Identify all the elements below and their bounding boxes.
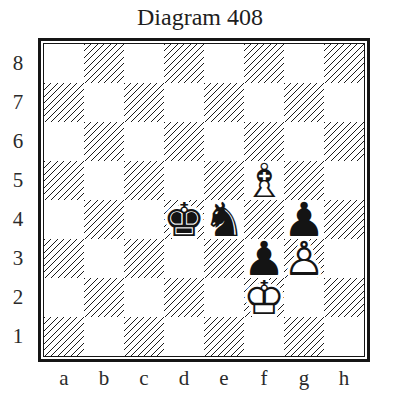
square-d8 bbox=[164, 44, 204, 83]
board: ♗♚♚♞♟♟♟♙♚♔ bbox=[44, 44, 364, 356]
square-e7 bbox=[204, 83, 244, 122]
square-c7 bbox=[124, 83, 164, 122]
square-h7 bbox=[324, 83, 364, 122]
rank-label-7: 7 bbox=[8, 83, 28, 122]
square-e2 bbox=[204, 278, 244, 317]
rank-label-1: 1 bbox=[8, 317, 28, 356]
diagram-title: Diagram 408 bbox=[0, 4, 400, 31]
rank-label-5: 5 bbox=[8, 161, 28, 200]
board-frame: ♗♚♚♞♟♟♟♙♚♔ bbox=[38, 38, 370, 362]
square-a6 bbox=[44, 122, 84, 161]
square-f5: ♗ bbox=[244, 161, 284, 200]
square-b4 bbox=[84, 200, 124, 239]
square-f8 bbox=[244, 44, 284, 83]
square-c8 bbox=[124, 44, 164, 83]
square-b1 bbox=[84, 317, 124, 356]
black-king: ♚ bbox=[163, 200, 205, 239]
square-d6 bbox=[164, 122, 204, 161]
square-g6 bbox=[284, 122, 324, 161]
square-c1 bbox=[124, 317, 164, 356]
square-d4: ♚♚ bbox=[164, 200, 204, 239]
white-pawn: ♙ bbox=[283, 239, 325, 278]
square-a5 bbox=[44, 161, 84, 200]
square-h2 bbox=[324, 278, 364, 317]
white-king: ♔ bbox=[243, 278, 285, 317]
file-label-b: b bbox=[84, 364, 124, 392]
file-label-e: e bbox=[204, 364, 244, 392]
square-c5 bbox=[124, 161, 164, 200]
file-label-h: h bbox=[324, 364, 364, 392]
square-g8 bbox=[284, 44, 324, 83]
square-c6 bbox=[124, 122, 164, 161]
rank-label-2: 2 bbox=[8, 278, 28, 317]
square-c3 bbox=[124, 239, 164, 278]
file-label-g: g bbox=[284, 364, 324, 392]
square-d7 bbox=[164, 83, 204, 122]
black-knight: ♞ bbox=[203, 200, 245, 239]
square-a3 bbox=[44, 239, 84, 278]
square-c2 bbox=[124, 278, 164, 317]
rank-label-8: 8 bbox=[8, 44, 28, 83]
square-b6 bbox=[84, 122, 124, 161]
file-label-c: c bbox=[124, 364, 164, 392]
square-e1 bbox=[204, 317, 244, 356]
square-h5 bbox=[324, 161, 364, 200]
square-a8 bbox=[44, 44, 84, 83]
file-label-f: f bbox=[244, 364, 284, 392]
square-h3 bbox=[324, 239, 364, 278]
rank-labels: 87654321 bbox=[8, 44, 28, 356]
square-a2 bbox=[44, 278, 84, 317]
square-f7 bbox=[244, 83, 284, 122]
rank-label-6: 6 bbox=[8, 122, 28, 161]
board-inner: ♗♚♚♞♟♟♟♙♚♔ bbox=[43, 43, 365, 357]
square-b2 bbox=[84, 278, 124, 317]
square-e4: ♞ bbox=[204, 200, 244, 239]
square-b8 bbox=[84, 44, 124, 83]
rank-label-4: 4 bbox=[8, 200, 28, 239]
square-b3 bbox=[84, 239, 124, 278]
diagram-page: Diagram 408 87654321 ♗♚♚♞♟♟♟♙♚♔ abcdefgh bbox=[0, 0, 400, 400]
square-e8 bbox=[204, 44, 244, 83]
square-b5 bbox=[84, 161, 124, 200]
square-d1 bbox=[164, 317, 204, 356]
rank-label-3: 3 bbox=[8, 239, 28, 278]
square-g7 bbox=[284, 83, 324, 122]
square-f2: ♚♔ bbox=[244, 278, 284, 317]
square-e6 bbox=[204, 122, 244, 161]
square-d2 bbox=[164, 278, 204, 317]
square-h4 bbox=[324, 200, 364, 239]
square-h8 bbox=[324, 44, 364, 83]
file-labels: abcdefgh bbox=[44, 364, 364, 392]
square-a7 bbox=[44, 83, 84, 122]
square-b7 bbox=[84, 83, 124, 122]
white-bishop: ♗ bbox=[243, 161, 285, 200]
square-g1 bbox=[284, 317, 324, 356]
file-label-a: a bbox=[44, 364, 84, 392]
square-c4 bbox=[124, 200, 164, 239]
square-a4 bbox=[44, 200, 84, 239]
square-h6 bbox=[324, 122, 364, 161]
square-h1 bbox=[324, 317, 364, 356]
square-a1 bbox=[44, 317, 84, 356]
square-g3: ♟♙ bbox=[284, 239, 324, 278]
file-label-d: d bbox=[164, 364, 204, 392]
